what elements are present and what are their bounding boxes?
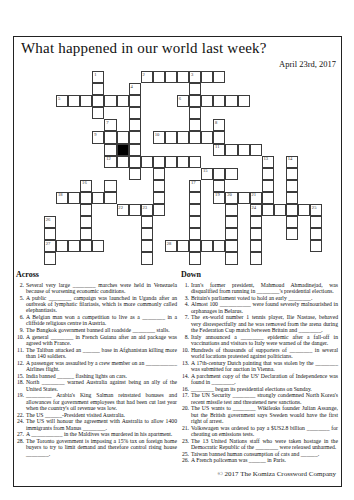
cell-r2c7[interactable] <box>129 95 141 107</box>
clue-text: A general ________ in French Guiana afte… <box>26 334 177 346</box>
clue-number: 12 <box>106 156 111 162</box>
cell-r0c14[interactable] <box>213 71 225 83</box>
clue-label: 1. <box>181 282 189 288</box>
cell-r0c11[interactable] <box>177 71 189 83</box>
cell-r10c4[interactable] <box>92 192 104 204</box>
clue-label: 23. <box>181 438 189 444</box>
cell-r5c13[interactable] <box>201 131 213 143</box>
down-clue-20: 20. The US wants to ________ Wikileaks f… <box>181 405 338 424</box>
cell-r11c17[interactable]: 24 <box>250 204 262 216</box>
cell-r0c8[interactable]: 2 <box>141 71 153 83</box>
cell-r11c6[interactable]: 22 <box>117 204 129 216</box>
cell-r11c18[interactable] <box>262 204 274 216</box>
cell-r12c17[interactable] <box>250 216 262 228</box>
clue-text: Italy announced a ________ epidemic afte… <box>191 334 338 346</box>
across-clue-2: 2. Several very large ________ marches w… <box>16 282 177 295</box>
cell-r8c20[interactable] <box>286 168 298 180</box>
cell-r4c12[interactable] <box>189 119 201 131</box>
clue-number: 13 <box>263 156 268 162</box>
copyright-footer: © 2017 The Komiza Crossword Company <box>217 470 336 478</box>
across-clue-5: 5. A public ________ campaign was launch… <box>16 295 177 314</box>
across-clue-10: 10. A general ________ in French Guiana … <box>16 334 177 347</box>
clue-number: 16 <box>82 180 87 186</box>
clue-label: 20. <box>181 405 189 411</box>
cell-r14c4[interactable] <box>92 240 104 252</box>
clue-text: The 13 United Nations staff who were tak… <box>191 438 338 450</box>
down-clue-3: 3. Britain's parliament voted to hold an… <box>181 295 338 301</box>
down-clue-13: 13. A 17th-century Dutch painting that w… <box>181 360 338 373</box>
cell-r7c8[interactable] <box>141 156 153 168</box>
cell-r6c7[interactable] <box>129 144 141 156</box>
down-clues-section: Down 1. Iran's former president, Mahmoud… <box>181 270 338 464</box>
clue-label: 28. <box>16 438 24 444</box>
cell-r10c18[interactable] <box>262 192 274 204</box>
cell-r7c5[interactable]: 12 <box>104 156 116 168</box>
cell-r9c3[interactable]: 16 <box>80 180 92 192</box>
across-clue-22: 22. The US ______-President visited Aust… <box>16 412 177 418</box>
clue-number: 8 <box>215 120 217 126</box>
cell-r2c15[interactable] <box>225 95 237 107</box>
clue-text: North ________ warned Australia against … <box>26 379 177 391</box>
clue-text: The Bangkok government banned all roadsi… <box>26 327 170 333</box>
cell-r0c9[interactable] <box>153 71 165 83</box>
cell-r2c13[interactable] <box>201 95 213 107</box>
cell-r2c5[interactable] <box>104 95 116 107</box>
down-clue-17: 17. The UN Security ________ strongly co… <box>181 392 338 405</box>
cell-r0c12[interactable]: 3 <box>189 71 201 83</box>
across-header: Across <box>16 270 177 279</box>
clue-label: 21. <box>181 425 189 431</box>
clue-number: 21 <box>251 192 256 198</box>
clue-label: 6. <box>16 314 24 320</box>
cell-r1c4[interactable] <box>92 83 104 95</box>
cell-r8c7[interactable] <box>129 168 141 180</box>
clue-label: 12. <box>16 360 24 366</box>
cell-r12c12[interactable] <box>189 216 201 228</box>
cell-r5c11[interactable] <box>177 131 189 143</box>
clue-text: Taiwan banned human consumption of cats … <box>191 451 319 457</box>
cell-r1c12[interactable] <box>189 83 201 95</box>
cell-r5c6[interactable] <box>117 131 129 143</box>
clue-label: 10. <box>16 334 24 340</box>
cell-r2c2[interactable] <box>68 95 80 107</box>
cell-r12c20[interactable] <box>286 216 298 228</box>
cell-r11c19[interactable] <box>274 204 286 216</box>
cell-r8c14[interactable] <box>213 168 225 180</box>
cell-r10c15[interactable]: 20 <box>225 192 237 204</box>
cell-r10c14[interactable]: 19 <box>213 192 225 204</box>
cell-r14c3[interactable] <box>80 240 92 252</box>
cell-r5c4[interactable]: 9 <box>92 131 104 143</box>
cell-r0c13[interactable] <box>201 71 213 83</box>
clue-number: 19 <box>215 192 220 198</box>
clue-number: 28 <box>167 241 172 247</box>
cell-r2c12[interactable] <box>189 95 201 107</box>
cell-r5c10[interactable] <box>165 131 177 143</box>
clue-label: 24. <box>16 418 24 424</box>
cell-r14c15[interactable] <box>225 240 237 252</box>
cell-r4c14[interactable]: 8 <box>213 119 225 131</box>
cell-r9c18[interactable] <box>262 180 274 192</box>
clue-text: The Taliban attacked an ______ base in A… <box>26 347 177 359</box>
clue-label: 11. <box>16 347 24 353</box>
down-clue-7: 7. The ex-world number 1 tennis player, … <box>181 314 338 333</box>
cell-r13c3[interactable] <box>80 228 92 240</box>
clue-label: 16. <box>181 386 189 392</box>
clue-label: 19. <box>16 392 24 398</box>
down-clue-10: 10. Hundreds of thousands of supporters … <box>181 347 338 360</box>
clue-text: ________ began its presidential election… <box>191 386 312 392</box>
cell-r14c17[interactable] <box>250 240 262 252</box>
cell-r13c17[interactable] <box>250 228 262 240</box>
clue-text: The US wants to ________ Wikileaks found… <box>191 405 338 424</box>
down-header: Down <box>181 270 338 279</box>
cell-r14c12[interactable] <box>189 240 201 252</box>
clue-number: 20 <box>227 192 232 198</box>
clue-number: 4 <box>130 84 132 90</box>
clue-text: India banned ______ flashing lights on c… <box>26 373 127 379</box>
cell-r0c10[interactable] <box>165 71 177 83</box>
clue-number: 26 <box>46 217 51 223</box>
cell-r11c15[interactable] <box>225 204 237 216</box>
down-clue-4: 4. Almost 100 ___________ were found sev… <box>181 301 338 314</box>
clue-label: 8. <box>181 334 189 340</box>
clue-number: 6 <box>179 96 181 102</box>
down-clue-16: 16. ________ began its presidential elec… <box>181 386 338 392</box>
clue-number: 25 <box>312 205 317 211</box>
crossword-grid: 1234567891011121314151617181920212223242… <box>44 71 322 265</box>
cell-r14c1[interactable] <box>56 240 68 252</box>
clue-label: 22. <box>16 412 24 418</box>
cell-r7c12[interactable] <box>189 156 201 168</box>
cell-r13c22[interactable] <box>310 228 322 240</box>
cell-r5c5[interactable] <box>104 131 116 143</box>
clue-number: 23 <box>143 205 148 211</box>
clue-label: 7. <box>181 314 189 320</box>
clue-text: A Belgian man won a competition to live … <box>26 314 177 326</box>
cell-r2c11[interactable]: 6 <box>177 95 189 107</box>
clue-text: A 17th-century Dutch painting that was s… <box>191 360 338 372</box>
cell-r11c22[interactable]: 25 <box>310 204 322 216</box>
cell-r3c4[interactable] <box>92 107 104 119</box>
down-clue-list: 1. Iran's former president, Mahmoud Ahma… <box>181 282 338 464</box>
clue-number: 15 <box>203 168 208 174</box>
cell-r14c0[interactable]: 27 <box>44 240 56 252</box>
clue-text: A passenger was assaulted by a crew memb… <box>26 360 177 372</box>
cell-r9c12[interactable]: 17 <box>189 180 201 192</box>
cell-r14c14[interactable] <box>213 240 225 252</box>
clue-number: 3 <box>191 72 193 78</box>
cell-r7c20[interactable]: 14 <box>286 156 298 168</box>
across-clue-19: 19. _________ Arabia's King Salman reins… <box>16 392 177 411</box>
clue-label: 18. <box>16 379 24 385</box>
down-clue-8: 8. Italy announced a ________ epidemic a… <box>181 334 338 347</box>
down-clue-1: 1. Iran's former president, Mahmoud Ahma… <box>181 282 338 295</box>
clue-text: The UN Security ________ strongly condem… <box>191 392 338 404</box>
cell-r10c5[interactable] <box>104 192 116 204</box>
clue-text: A ___________ in the Maldives was murder… <box>26 431 172 437</box>
cell-r7c10[interactable] <box>165 156 177 168</box>
clue-number: 24 <box>251 205 256 211</box>
cell-r8c13[interactable]: 15 <box>201 168 213 180</box>
across-clue-12: 12. A passenger was assaulted by a crew … <box>16 360 177 373</box>
cell-r11c8[interactable]: 23 <box>141 204 153 216</box>
cell-r3c12[interactable] <box>189 107 201 119</box>
across-clue-11: 11. The Taliban attacked an ______ base … <box>16 347 177 360</box>
cell-r6c15[interactable] <box>225 144 237 156</box>
cell-r11c9[interactable] <box>153 204 165 216</box>
cell-r14c13[interactable] <box>201 240 213 252</box>
cell-r13c20[interactable] <box>286 228 298 240</box>
cell-r14c10[interactable]: 28 <box>165 240 177 252</box>
cell-r10c20[interactable] <box>286 192 298 204</box>
across-clue-18: 18. North ________ warned Australia agai… <box>16 379 177 392</box>
across-clues-section: Across 2. Several very large ________ ma… <box>16 270 177 457</box>
cell-r6c17[interactable] <box>250 144 262 156</box>
clue-label: 5. <box>16 295 24 301</box>
clue-text: A parchment copy of the US' Declaration … <box>191 373 338 385</box>
clue-text: The US will honour the agreement with Au… <box>26 418 177 430</box>
cell-r6c16[interactable] <box>238 144 250 156</box>
clue-text: Britain's parliament voted to hold an ea… <box>191 295 312 301</box>
cell-r5c12[interactable] <box>189 131 201 143</box>
clue-label: 4. <box>181 301 189 307</box>
cell-r9c5[interactable] <box>104 180 116 192</box>
clue-number: 10 <box>155 132 160 138</box>
cell-r13c15[interactable] <box>225 228 237 240</box>
clue-label: 26. <box>181 457 189 463</box>
clue-label: 10. <box>181 347 189 353</box>
puzzle-date: April 23rd, 2017 <box>279 59 336 69</box>
clue-number: 7 <box>106 120 108 126</box>
cell-r11c21[interactable] <box>298 204 310 216</box>
cell-r11c20[interactable] <box>286 204 298 216</box>
clue-label: 17. <box>181 392 189 398</box>
clue-number: 18 <box>58 192 63 198</box>
clue-text: Iran's former president, Mahmoud Ahmadin… <box>191 282 338 294</box>
clue-label: 2. <box>16 282 24 288</box>
cell-r5c14[interactable] <box>213 131 225 143</box>
clue-number: 11 <box>215 144 219 150</box>
down-clue-21: 21. Volkswagen was ordered to pay a $US2… <box>181 425 338 438</box>
clue-text: A French policeman was ______ in Paris. <box>191 457 286 463</box>
cell-r9c14[interactable] <box>213 180 225 192</box>
cell-r10c17[interactable]: 21 <box>250 192 262 204</box>
down-clue-25: 25. Taiwan banned human consumption of c… <box>181 451 338 457</box>
cell-r8c18[interactable] <box>262 168 274 180</box>
cell-r9c9[interactable] <box>153 180 165 192</box>
cell-r5c9[interactable]: 10 <box>153 131 165 143</box>
cell-r14c2[interactable] <box>68 240 80 252</box>
across-clue-28: 28. The Toronto government is imposing a… <box>16 438 177 457</box>
cell-r6c5[interactable] <box>104 144 116 156</box>
clue-label: 15. <box>16 373 24 379</box>
across-clue-27: 27. A ___________ in the Maldives was mu… <box>16 431 177 437</box>
cell-r15c0[interactable] <box>44 252 56 264</box>
cell-r7c6[interactable] <box>117 156 129 168</box>
cell-r7c7[interactable] <box>129 156 141 168</box>
clue-number: 5 <box>58 96 60 102</box>
page-title: What happened in our world last week? <box>21 40 267 57</box>
cell-r15c8[interactable] <box>141 252 153 264</box>
across-clue-list: 2. Several very large ________ marches w… <box>16 282 177 457</box>
cell-r2c16[interactable] <box>238 95 250 107</box>
clue-text: The US ______-President visited Australi… <box>26 412 125 418</box>
clue-number: 22 <box>118 205 123 211</box>
clue-label: 3. <box>181 295 189 301</box>
cell-r0c4[interactable]: 1 <box>92 71 104 83</box>
cell-r15c15[interactable] <box>225 252 237 264</box>
down-clue-26: 26. A French policeman was ______ in Par… <box>181 457 338 463</box>
cell-r8c15[interactable] <box>225 168 237 180</box>
cell-r5c7[interactable] <box>129 131 141 143</box>
cell-r10c16[interactable] <box>238 192 250 204</box>
cell-r12c22[interactable] <box>310 216 322 228</box>
cell-r2c1[interactable]: 5 <box>56 95 68 107</box>
clue-number: 9 <box>94 132 96 138</box>
clue-label: 14. <box>181 373 189 379</box>
clue-text: Volkswagen was ordered to pay a $US2.8 b… <box>191 425 338 437</box>
clue-text: A public ________ campaign was launched … <box>26 295 177 314</box>
clue-text: Hundreds of thousands of supporters of _… <box>191 347 338 359</box>
cell-r14c22[interactable] <box>310 240 322 252</box>
cell-r10c1[interactable]: 18 <box>56 192 68 204</box>
cell-r15c12[interactable] <box>189 252 201 264</box>
clue-label: 13. <box>181 360 189 366</box>
cell-r13c0[interactable] <box>44 228 56 240</box>
clue-label: 9. <box>16 327 24 333</box>
clue-text: Almost 100 ___________ were found severe… <box>191 301 338 313</box>
cell-r9c20[interactable] <box>286 180 298 192</box>
cell-r7c9[interactable] <box>153 156 165 168</box>
cell-r4c7[interactable] <box>129 119 141 131</box>
clue-number: 2 <box>143 72 145 78</box>
cell-r11c12[interactable] <box>189 204 201 216</box>
across-clue-9: 9. The Bangkok government banned all roa… <box>16 327 177 333</box>
cell-r14c11[interactable] <box>177 240 189 252</box>
cell-r2c3[interactable] <box>80 95 92 107</box>
cell-r7c11[interactable] <box>177 156 189 168</box>
clue-number: 14 <box>288 156 293 162</box>
clue-label: 27. <box>16 431 24 437</box>
cell-r2c6[interactable] <box>117 95 129 107</box>
cell-r10c3[interactable] <box>80 192 92 204</box>
clue-number: 17 <box>191 180 196 186</box>
cell-r2c14[interactable] <box>213 95 225 107</box>
across-clue-15: 15. India banned ______ flashing lights … <box>16 373 177 379</box>
cell-r7c18[interactable]: 13 <box>262 156 274 168</box>
clue-number: 27 <box>46 241 51 247</box>
clue-text: The Toronto government is imposing a 15%… <box>26 438 177 457</box>
clue-label: 25. <box>181 451 189 457</box>
across-clue-6: 6. A Belgian man won a competition to li… <box>16 314 177 327</box>
cell-r12c8[interactable] <box>141 216 153 228</box>
cell-r10c9[interactable] <box>153 192 165 204</box>
cell-r4c5[interactable]: 7 <box>104 119 116 131</box>
across-clue-24: 24. The US will honour the agreement wit… <box>16 418 177 431</box>
cell-r12c3[interactable] <box>80 216 92 228</box>
cell-r6c6 <box>117 144 129 156</box>
cell-r14c8[interactable] <box>141 240 153 252</box>
cell-r2c4[interactable] <box>92 95 104 107</box>
clue-text: _________ Arabia's King Salman reinstate… <box>26 392 177 411</box>
cell-r11c7[interactable] <box>129 204 141 216</box>
down-clue-23: 23. The 13 United Nations staff who were… <box>181 438 338 451</box>
cell-r10c12[interactable] <box>189 192 201 204</box>
cell-r1c7[interactable]: 4 <box>129 83 141 95</box>
cell-r12c15[interactable] <box>225 216 237 228</box>
cell-r11c3[interactable] <box>80 204 92 216</box>
cell-r10c2[interactable] <box>68 192 80 204</box>
cell-r13c8[interactable] <box>141 228 153 240</box>
clue-text: Several very large ________ marches were… <box>26 282 177 294</box>
cell-r13c12[interactable] <box>189 228 201 240</box>
clue-text: The ex-world number 1 tennis player, Ili… <box>191 314 338 333</box>
cell-r3c7[interactable] <box>129 107 141 119</box>
cell-r6c14[interactable]: 11 <box>213 144 225 156</box>
cell-r15c17[interactable] <box>250 252 262 264</box>
cell-r8c9[interactable] <box>153 168 165 180</box>
clue-number: 1 <box>94 72 96 78</box>
cell-r12c0[interactable]: 26 <box>44 216 56 228</box>
down-clue-14: 14. A parchment copy of the US' Declarat… <box>181 373 338 386</box>
